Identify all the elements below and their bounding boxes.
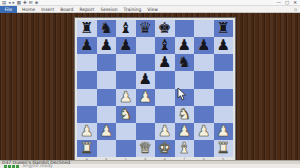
back-icon[interactable]: ◂ xyxy=(8,0,10,5)
black-pawn[interactable]: ♟ xyxy=(97,37,117,54)
square-h7[interactable]: ♟ xyxy=(214,37,234,54)
square-h2[interactable]: ♟ xyxy=(214,123,234,140)
tab-file[interactable]: File xyxy=(0,6,17,13)
white-knight[interactable]: ♞ xyxy=(175,106,195,123)
tab-insert[interactable]: Insert xyxy=(41,6,54,13)
white-pawn[interactable]: ♟ xyxy=(136,89,156,106)
square-c5[interactable] xyxy=(116,71,136,88)
white-pawn[interactable]: ♟ xyxy=(97,123,117,140)
app-window: ▤ ◂ ▸ ▦ ✚ ✉ ◈ — ▢ ✕ File Home Insert Boa… xyxy=(0,0,300,168)
strength-meter xyxy=(0,165,19,168)
black-queen[interactable]: ♛ xyxy=(136,20,156,37)
quick-access-toolbar: ▤ ◂ ▸ ▦ ✚ ✉ ◈ xyxy=(0,0,38,5)
square-a7[interactable]: ♟ xyxy=(77,37,97,54)
square-c7[interactable]: ♟ xyxy=(116,37,136,54)
square-b5[interactable] xyxy=(97,71,117,88)
square-h4[interactable] xyxy=(214,89,234,106)
square-h3[interactable] xyxy=(214,106,234,123)
square-d3[interactable] xyxy=(136,106,156,123)
black-knight[interactable]: ♞ xyxy=(97,20,117,37)
square-f3[interactable]: ♞ xyxy=(175,106,195,123)
black-bishop[interactable]: ♝ xyxy=(155,37,175,54)
square-e4[interactable] xyxy=(155,89,175,106)
square-g7[interactable]: ♟ xyxy=(194,37,214,54)
square-e6[interactable]: ♟ xyxy=(155,54,175,71)
square-e3[interactable] xyxy=(155,106,175,123)
square-g4[interactable] xyxy=(194,89,214,106)
square-d4[interactable]: ♟ xyxy=(136,89,156,106)
square-b3[interactable] xyxy=(97,106,117,123)
square-c2[interactable] xyxy=(116,123,136,140)
square-d6[interactable] xyxy=(136,54,156,71)
tab-home[interactable]: Home xyxy=(22,6,35,13)
tab-report[interactable]: Report xyxy=(79,6,94,13)
mail-icon[interactable]: ✉ xyxy=(29,0,33,5)
square-a8[interactable]: ♜ xyxy=(77,20,97,37)
black-pawn[interactable]: ♟ xyxy=(77,37,97,54)
toolbar-icon-7[interactable]: ◈ xyxy=(35,0,38,5)
white-king[interactable]: ♚ xyxy=(155,140,175,157)
square-e7[interactable]: ♝ xyxy=(155,37,175,54)
maximize-button[interactable]: ▢ xyxy=(285,0,289,5)
square-h5[interactable] xyxy=(214,71,234,88)
toolbar-icon-4[interactable]: ▦ xyxy=(17,0,21,5)
square-f8[interactable] xyxy=(175,20,195,37)
square-g1[interactable] xyxy=(194,140,214,157)
minimize-button[interactable]: — xyxy=(276,0,281,5)
square-f1[interactable]: ♝ xyxy=(175,140,195,157)
square-b1[interactable] xyxy=(97,140,117,157)
square-g2[interactable]: ♟ xyxy=(194,123,214,140)
square-d1[interactable]: ♛ xyxy=(136,140,156,157)
square-b7[interactable]: ♟ xyxy=(97,37,117,54)
black-pawn[interactable]: ♟ xyxy=(136,71,156,88)
white-rook[interactable]: ♜ xyxy=(214,140,234,157)
square-c6[interactable] xyxy=(116,54,136,71)
square-c4[interactable]: ♟ xyxy=(116,89,136,106)
square-h8[interactable]: ♜ xyxy=(214,20,234,37)
square-g6[interactable] xyxy=(194,54,214,71)
white-queen[interactable]: ♛ xyxy=(136,140,156,157)
wood-background: ♜♞♝♛♚♜♟♟♟♝♟♟♟♟♞♟♟♟♞♞♟♟♟♟♟♟♜♛♚♝♜ abcdefgh xyxy=(0,13,300,160)
black-rook[interactable]: ♜ xyxy=(214,20,234,37)
square-a4[interactable] xyxy=(77,89,97,106)
chess-board: ♜♞♝♛♚♜♟♟♟♝♟♟♟♟♞♟♟♟♞♞♟♟♟♟♟♟♜♛♚♝♜ abcdefgh xyxy=(74,17,236,162)
toolbar-icon-1[interactable]: ▤ xyxy=(2,0,6,5)
white-pawn[interactable]: ♟ xyxy=(116,89,136,106)
square-a3[interactable] xyxy=(77,106,97,123)
black-pawn[interactable]: ♟ xyxy=(155,54,175,71)
square-c8[interactable]: ♝ xyxy=(116,20,136,37)
tab-session[interactable]: Session xyxy=(100,6,117,13)
square-d8[interactable]: ♛ xyxy=(136,20,156,37)
window-controls: — ▢ ✕ xyxy=(276,0,300,5)
square-c3[interactable]: ♞ xyxy=(116,106,136,123)
square-d2[interactable] xyxy=(136,123,156,140)
forward-icon[interactable]: ▸ xyxy=(13,0,15,5)
white-pawn[interactable]: ♟ xyxy=(77,123,97,140)
black-king[interactable]: ♚ xyxy=(155,20,175,37)
white-rook[interactable]: ♜ xyxy=(77,140,97,157)
square-e2[interactable]: ♟ xyxy=(155,123,175,140)
black-pawn[interactable]: ♟ xyxy=(214,37,234,54)
square-h1[interactable]: ♜ xyxy=(214,140,234,157)
black-rook[interactable]: ♜ xyxy=(77,20,97,37)
engine-bar: Engine ready xyxy=(0,164,300,168)
square-f7[interactable]: ♟ xyxy=(175,37,195,54)
tab-view[interactable]: View xyxy=(147,6,158,13)
square-a2[interactable]: ♟ xyxy=(77,123,97,140)
white-pawn[interactable]: ♟ xyxy=(175,123,195,140)
square-f2[interactable]: ♟ xyxy=(175,123,195,140)
meter-block xyxy=(8,165,11,168)
white-knight[interactable]: ♞ xyxy=(116,106,136,123)
white-bishop[interactable]: ♝ xyxy=(175,140,195,157)
square-g8[interactable] xyxy=(194,20,214,37)
mouse-cursor xyxy=(177,86,187,99)
square-d5[interactable]: ♟ xyxy=(136,71,156,88)
board-squares: ♜♞♝♛♚♜♟♟♟♝♟♟♟♟♞♟♟♟♞♞♟♟♟♟♟♟♜♛♚♝♜ xyxy=(77,20,233,157)
square-g3[interactable] xyxy=(194,106,214,123)
black-knight[interactable]: ♞ xyxy=(175,54,195,71)
square-a1[interactable]: ♜ xyxy=(77,140,97,157)
square-b4[interactable] xyxy=(97,89,117,106)
meter-block xyxy=(4,165,7,168)
white-pawn[interactable]: ♟ xyxy=(194,123,214,140)
square-a6[interactable] xyxy=(77,54,97,71)
square-e5[interactable] xyxy=(155,71,175,88)
meter-block xyxy=(16,165,19,168)
square-a5[interactable] xyxy=(77,71,97,88)
ribbon-options-icon[interactable]: ▫ xyxy=(294,7,300,12)
square-e8[interactable]: ♚ xyxy=(155,20,175,37)
ribbon-bar: File Home Insert Board Report Session Tr… xyxy=(0,6,300,13)
square-b8[interactable]: ♞ xyxy=(97,20,117,37)
add-icon[interactable]: ✚ xyxy=(23,0,27,5)
square-b2[interactable]: ♟ xyxy=(97,123,117,140)
square-g5[interactable] xyxy=(194,71,214,88)
square-d7[interactable] xyxy=(136,37,156,54)
tab-board[interactable]: Board xyxy=(60,6,73,13)
black-pawn[interactable]: ♟ xyxy=(175,37,195,54)
square-b6[interactable] xyxy=(97,54,117,71)
black-bishop[interactable]: ♝ xyxy=(116,20,136,37)
white-pawn[interactable]: ♟ xyxy=(155,123,175,140)
square-e1[interactable]: ♚ xyxy=(155,140,175,157)
ribbon-tabs: Home Insert Board Report Session Trainin… xyxy=(17,6,294,13)
close-button[interactable]: ✕ xyxy=(293,0,297,5)
black-pawn[interactable]: ♟ xyxy=(194,37,214,54)
white-pawn[interactable]: ♟ xyxy=(214,123,234,140)
square-c1[interactable] xyxy=(116,140,136,157)
square-f6[interactable]: ♞ xyxy=(175,54,195,71)
tab-training[interactable]: Training xyxy=(124,6,142,13)
square-h6[interactable] xyxy=(214,54,234,71)
engine-status-text: Engine ready xyxy=(20,164,53,168)
meter-block xyxy=(12,165,15,168)
black-pawn[interactable]: ♟ xyxy=(116,37,136,54)
